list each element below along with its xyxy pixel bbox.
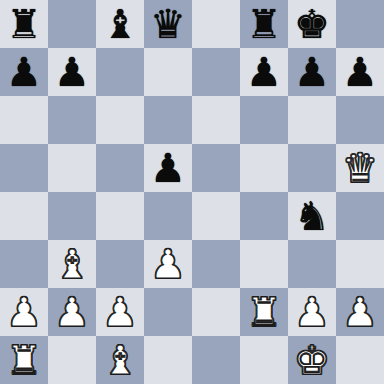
square-d6[interactable]	[144, 96, 192, 144]
square-a2[interactable]: ♟	[0, 288, 48, 336]
piece-black-queen[interactable]: ♛	[150, 0, 186, 48]
square-h5[interactable]: ♛	[336, 144, 384, 192]
square-d2[interactable]	[144, 288, 192, 336]
square-f3[interactable]	[240, 240, 288, 288]
square-e8[interactable]	[192, 0, 240, 48]
square-b3[interactable]: ♝	[48, 240, 96, 288]
piece-black-pawn[interactable]: ♟	[294, 48, 330, 96]
piece-black-pawn[interactable]: ♟	[150, 144, 186, 192]
square-c5[interactable]	[96, 144, 144, 192]
square-b6[interactable]	[48, 96, 96, 144]
square-g1[interactable]: ♚	[288, 336, 336, 384]
square-g8[interactable]: ♚	[288, 0, 336, 48]
square-b4[interactable]	[48, 192, 96, 240]
square-a7[interactable]: ♟	[0, 48, 48, 96]
square-e5[interactable]	[192, 144, 240, 192]
square-h3[interactable]	[336, 240, 384, 288]
square-b1[interactable]	[48, 336, 96, 384]
square-a3[interactable]	[0, 240, 48, 288]
piece-black-king[interactable]: ♚	[294, 0, 330, 48]
piece-white-bishop[interactable]: ♝	[102, 336, 138, 384]
square-e1[interactable]	[192, 336, 240, 384]
square-g6[interactable]	[288, 96, 336, 144]
square-c6[interactable]	[96, 96, 144, 144]
square-a8[interactable]: ♜	[0, 0, 48, 48]
piece-white-pawn[interactable]: ♟	[6, 288, 42, 336]
square-d7[interactable]	[144, 48, 192, 96]
square-c4[interactable]	[96, 192, 144, 240]
square-c1[interactable]: ♝	[96, 336, 144, 384]
square-c8[interactable]: ♝	[96, 0, 144, 48]
square-e3[interactable]	[192, 240, 240, 288]
square-a5[interactable]	[0, 144, 48, 192]
piece-black-pawn[interactable]: ♟	[342, 48, 378, 96]
piece-black-pawn[interactable]: ♟	[246, 48, 282, 96]
square-c7[interactable]	[96, 48, 144, 96]
piece-black-rook[interactable]: ♜	[6, 0, 42, 48]
piece-white-queen[interactable]: ♛	[342, 144, 378, 192]
square-a6[interactable]	[0, 96, 48, 144]
piece-white-pawn[interactable]: ♟	[342, 288, 378, 336]
square-h8[interactable]	[336, 0, 384, 48]
square-b7[interactable]: ♟	[48, 48, 96, 96]
square-g5[interactable]	[288, 144, 336, 192]
square-h7[interactable]: ♟	[336, 48, 384, 96]
square-e2[interactable]	[192, 288, 240, 336]
piece-black-knight[interactable]: ♞	[294, 192, 330, 240]
square-h1[interactable]	[336, 336, 384, 384]
square-a4[interactable]	[0, 192, 48, 240]
piece-black-pawn[interactable]: ♟	[6, 48, 42, 96]
square-f7[interactable]: ♟	[240, 48, 288, 96]
square-a1[interactable]: ♜	[0, 336, 48, 384]
square-f1[interactable]	[240, 336, 288, 384]
square-g4[interactable]: ♞	[288, 192, 336, 240]
square-f6[interactable]	[240, 96, 288, 144]
square-c3[interactable]	[96, 240, 144, 288]
square-g7[interactable]: ♟	[288, 48, 336, 96]
piece-white-rook[interactable]: ♜	[246, 288, 282, 336]
square-e4[interactable]	[192, 192, 240, 240]
square-d3[interactable]: ♟	[144, 240, 192, 288]
square-g3[interactable]	[288, 240, 336, 288]
piece-white-rook[interactable]: ♜	[6, 336, 42, 384]
square-f2[interactable]: ♜	[240, 288, 288, 336]
square-e6[interactable]	[192, 96, 240, 144]
square-d4[interactable]	[144, 192, 192, 240]
square-c2[interactable]: ♟	[96, 288, 144, 336]
square-d5[interactable]: ♟	[144, 144, 192, 192]
square-b5[interactable]	[48, 144, 96, 192]
square-h2[interactable]: ♟	[336, 288, 384, 336]
square-e7[interactable]	[192, 48, 240, 96]
square-g2[interactable]: ♟	[288, 288, 336, 336]
piece-white-pawn[interactable]: ♟	[102, 288, 138, 336]
piece-white-pawn[interactable]: ♟	[294, 288, 330, 336]
square-d8[interactable]: ♛	[144, 0, 192, 48]
square-f4[interactable]	[240, 192, 288, 240]
square-f8[interactable]: ♜	[240, 0, 288, 48]
square-b8[interactable]	[48, 0, 96, 48]
square-d1[interactable]	[144, 336, 192, 384]
piece-black-bishop[interactable]: ♝	[102, 0, 138, 48]
piece-white-bishop[interactable]: ♝	[54, 240, 90, 288]
square-f5[interactable]	[240, 144, 288, 192]
piece-white-pawn[interactable]: ♟	[54, 288, 90, 336]
piece-black-pawn[interactable]: ♟	[54, 48, 90, 96]
piece-white-pawn[interactable]: ♟	[150, 240, 186, 288]
square-h6[interactable]	[336, 96, 384, 144]
square-h4[interactable]	[336, 192, 384, 240]
piece-black-rook[interactable]: ♜	[246, 0, 282, 48]
piece-white-king[interactable]: ♚	[294, 336, 330, 384]
chess-board: ♜♝♛♜♚♟♟♟♟♟♟♛♞♝♟♟♟♟♜♟♟♜♝♚	[0, 0, 384, 384]
square-b2[interactable]: ♟	[48, 288, 96, 336]
